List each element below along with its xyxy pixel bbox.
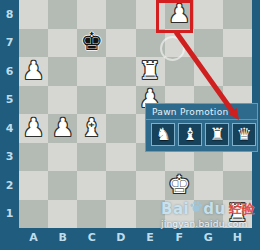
rank-label-6: 6	[0, 57, 19, 86]
rank-label-3: 3	[0, 143, 19, 172]
white-pawn[interactable]: ♟	[51, 115, 73, 140]
square-c8[interactable]	[77, 0, 106, 29]
baidu-logo-text-right: du	[203, 200, 225, 218]
square-d1[interactable]	[106, 200, 135, 229]
square-g6[interactable]	[194, 57, 223, 86]
square-a6[interactable]: ♟	[19, 57, 48, 86]
square-h6[interactable]	[223, 57, 252, 86]
square-e2[interactable]	[136, 171, 165, 200]
black-king[interactable]: ♚	[81, 29, 103, 54]
rank-label-8: 8	[0, 0, 19, 29]
baidu-watermark: Bai du 经验 jingyan.baidu.com	[161, 200, 255, 229]
move-origin-circle	[160, 36, 185, 61]
file-label-c: C	[77, 228, 106, 250]
promote-rook-button[interactable]: ♜	[205, 123, 229, 146]
white-pawn[interactable]: ♟	[22, 58, 44, 83]
square-c5[interactable]	[77, 86, 106, 115]
promotion-square-highlight	[156, 0, 193, 33]
chess-app-window: 87654321 ♟♚♟♜♟♟♟♝♚♜ ABCDEFGH Pawn Promot…	[0, 0, 260, 250]
square-g7[interactable]	[194, 29, 223, 58]
file-label-g: G	[194, 228, 223, 250]
square-b8[interactable]	[48, 0, 77, 29]
promote-queen-button[interactable]: ♛	[232, 123, 256, 146]
pawn-promotion-title: Pawn Promotion	[146, 104, 257, 120]
file-label-f: F	[165, 228, 194, 250]
square-a8[interactable]	[19, 0, 48, 29]
rank-label-7: 7	[0, 29, 19, 58]
square-c3[interactable]	[77, 143, 106, 172]
rank-label-1: 1	[0, 200, 19, 229]
square-a3[interactable]	[19, 143, 48, 172]
square-d8[interactable]	[106, 0, 135, 29]
file-label-a: A	[19, 228, 48, 250]
square-b4[interactable]: ♟	[48, 114, 77, 143]
promote-bishop-button[interactable]: ♝	[178, 123, 202, 146]
square-b6[interactable]	[48, 57, 77, 86]
square-d5[interactable]	[106, 86, 135, 115]
square-c4[interactable]: ♝	[77, 114, 106, 143]
promote-knight-button[interactable]: ♞	[151, 123, 175, 146]
square-b3[interactable]	[48, 143, 77, 172]
square-b1[interactable]	[48, 200, 77, 229]
white-queen-icon: ♛	[236, 126, 251, 143]
white-bishop[interactable]: ♝	[81, 115, 103, 140]
file-label-d: D	[106, 228, 135, 250]
rank-label-5: 5	[0, 86, 19, 115]
white-pawn[interactable]: ♟	[22, 115, 44, 140]
square-e6[interactable]: ♜	[136, 57, 165, 86]
square-c1[interactable]	[77, 200, 106, 229]
promotion-options: ♞♝♜♛	[146, 120, 257, 146]
square-a2[interactable]	[19, 171, 48, 200]
rank-label-2: 2	[0, 171, 19, 200]
white-bishop-icon: ♝	[182, 126, 197, 143]
square-a4[interactable]: ♟	[19, 114, 48, 143]
square-d4[interactable]	[106, 114, 135, 143]
file-label-b: B	[48, 228, 77, 250]
pawn-promotion-dialog: Pawn Promotion ♞♝♜♛	[145, 103, 258, 152]
square-h2[interactable]	[223, 171, 252, 200]
baidu-jingyan-cn-text: 经验	[229, 200, 255, 218]
square-a7[interactable]	[19, 29, 48, 58]
square-g8[interactable]	[194, 0, 223, 29]
file-labels: ABCDEFGH	[19, 228, 252, 250]
rank-label-4: 4	[0, 114, 19, 143]
square-d7[interactable]	[106, 29, 135, 58]
file-label-e: E	[136, 228, 165, 250]
square-f6[interactable]	[165, 57, 194, 86]
white-king[interactable]: ♚	[168, 172, 190, 197]
square-b2[interactable]	[48, 171, 77, 200]
square-d2[interactable]	[106, 171, 135, 200]
white-rook-icon: ♜	[209, 126, 224, 143]
square-d6[interactable]	[106, 57, 135, 86]
square-h8[interactable]	[223, 0, 252, 29]
baidu-paw-icon	[190, 201, 202, 212]
square-c2[interactable]	[77, 171, 106, 200]
square-b7[interactable]	[48, 29, 77, 58]
square-b5[interactable]	[48, 86, 77, 115]
baidu-logo: Bai du 经验	[161, 200, 255, 217]
square-d3[interactable]	[106, 143, 135, 172]
rank-labels: 87654321	[0, 0, 19, 228]
square-c7[interactable]: ♚	[77, 29, 106, 58]
square-h7[interactable]	[223, 29, 252, 58]
file-label-h: H	[223, 228, 252, 250]
square-g2[interactable]	[194, 171, 223, 200]
square-f2[interactable]: ♚	[165, 171, 194, 200]
white-rook[interactable]: ♜	[139, 58, 161, 83]
square-a1[interactable]	[19, 200, 48, 229]
square-a5[interactable]	[19, 86, 48, 115]
baidu-logo-text-left: Bai	[161, 200, 189, 218]
white-knight-icon: ♞	[155, 126, 170, 143]
baidu-watermark-url: jingyan.baidu.com	[161, 219, 255, 229]
square-c6[interactable]	[77, 57, 106, 86]
